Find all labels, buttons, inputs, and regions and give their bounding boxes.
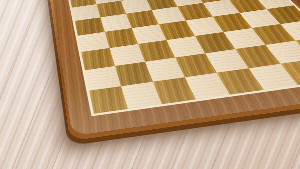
- photo-scene: [0, 0, 300, 169]
- board-field: [65, 0, 300, 116]
- chess-board: [72, 0, 300, 136]
